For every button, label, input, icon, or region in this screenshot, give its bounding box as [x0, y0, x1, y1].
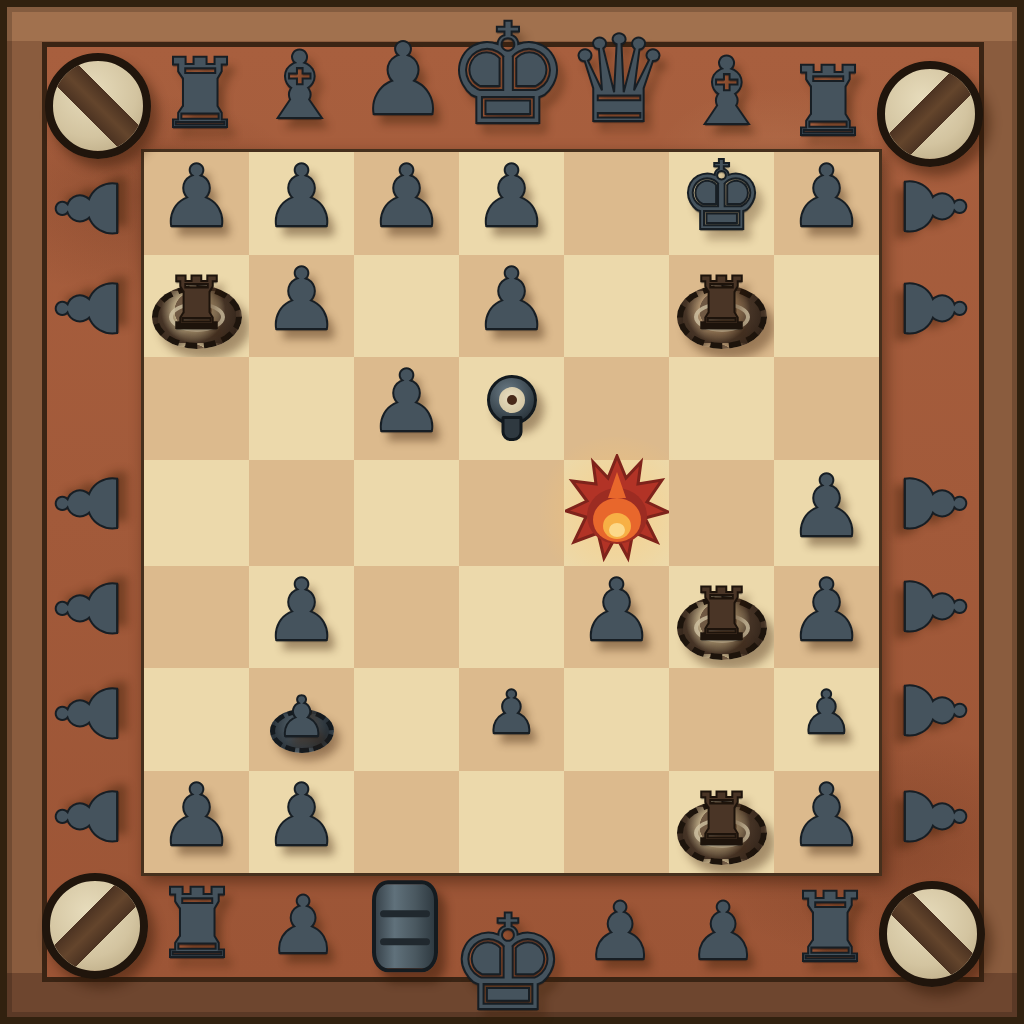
piece-glyph: ♜ [157, 46, 243, 142]
square-r3c4[interactable] [459, 357, 564, 460]
rook-border-piece: ♜ [787, 880, 873, 976]
piece-glyph: ♜ [689, 578, 754, 650]
piece-glyph: ♟ [584, 892, 656, 972]
square-r3c2[interactable] [249, 357, 354, 460]
piece-glyph: ♟ [46, 779, 130, 854]
corner-medallion [879, 881, 985, 987]
piece-glyph: ♟ [263, 153, 340, 239]
square-r1c3[interactable]: ♟ [354, 152, 459, 255]
side-pawn-left-border-piece: ♟ [50, 566, 125, 650]
piece-glyph: ♜ [154, 876, 240, 972]
square-r7c7[interactable]: ♟ [774, 771, 879, 874]
square-r7c1[interactable]: ♟ [144, 771, 249, 874]
piece-glyph: ♟ [46, 171, 130, 246]
square-r3c3[interactable]: ♟ [354, 357, 459, 460]
square-r1c1[interactable]: ♟ [144, 152, 249, 255]
piece-glyph: ♜ [689, 267, 754, 339]
square-r5c7[interactable]: ♟ [774, 566, 879, 669]
side-pawn-left-border-piece: ♟ [50, 461, 125, 545]
pawn-stack-border-piece: ♟ [358, 30, 448, 130]
pawn-piece[interactable]: ♟ [263, 167, 340, 239]
cup-stem-icon [501, 416, 522, 441]
side-pawn-right-border-piece: ♟ [896, 266, 971, 350]
side-pawn-right-border-piece: ♟ [896, 668, 971, 752]
piece-glyph: ♟ [788, 567, 865, 653]
piece-glyph: ♜ [787, 880, 873, 976]
piece-glyph: ♟ [263, 256, 340, 342]
square-r6c2[interactable]: ♟ [249, 668, 354, 771]
piece-glyph: ♜ [689, 783, 754, 855]
piece-glyph: ♟ [892, 569, 976, 644]
board-game-scene: ♟♟♟♟♚♟♜♟♟♜♟♟♟♟♜♟♟♟♟♟♟♜♟ ♜♝♟♚♛♝♜♟♟♟♟♟♟♟♟♟… [0, 0, 1024, 1024]
side-pawn-right-border-piece: ♟ [896, 774, 971, 858]
pawn-piece[interactable]: ♟ [473, 167, 550, 239]
square-r1c2[interactable]: ♟ [249, 152, 354, 255]
square-r2c7[interactable] [774, 255, 879, 358]
square-r7c6[interactable]: ♜ [669, 771, 774, 874]
piece-glyph: ♟ [892, 779, 976, 854]
armored-pawn-piece[interactable]: ♟ [249, 668, 354, 771]
rook-border-piece: ♜ [157, 46, 243, 142]
square-r1c4[interactable]: ♟ [459, 152, 564, 255]
pawn-piece[interactable]: ♟ [368, 372, 445, 444]
square-r1c5[interactable] [564, 152, 669, 255]
small-pawn-piece[interactable]: ♟ [800, 696, 854, 742]
square-r1c7[interactable]: ♟ [774, 152, 879, 255]
square-r2c3[interactable] [354, 255, 459, 358]
square-r2c2[interactable]: ♟ [249, 255, 354, 358]
pawn-piece[interactable]: ♟ [263, 270, 340, 342]
piece-glyph: ♟ [368, 153, 445, 239]
pawn-piece[interactable]: ♟ [788, 167, 865, 239]
piece-glyph: ♚ [678, 148, 764, 244]
piece-glyph: ♟ [892, 466, 976, 541]
piece-glyph: ♝ [685, 45, 769, 139]
piece-glyph: ♜ [785, 54, 871, 150]
piece-glyph: ♟ [800, 682, 854, 742]
side-pawn-left-border-piece: ♟ [50, 166, 125, 250]
square-r4c5[interactable] [564, 460, 669, 566]
piece-glyph: ♝ [258, 39, 342, 133]
bishop-border-piece: ♝ [258, 39, 342, 133]
piece-glyph: ♟ [485, 682, 539, 742]
bullet-border-piece: ♟ [267, 886, 339, 966]
pedestal-tower-piece[interactable]: ♜ [669, 771, 774, 874]
square-r6c7[interactable]: ♟ [774, 668, 879, 771]
piece-glyph: ♟ [263, 567, 340, 653]
cup-piece[interactable] [487, 375, 537, 425]
square-r7c4[interactable] [459, 771, 564, 874]
square-r6c5[interactable] [564, 668, 669, 771]
side-pawn-right-border-piece: ♟ [896, 564, 971, 648]
square-r3c6[interactable] [669, 357, 774, 460]
barrel-piece [372, 880, 438, 972]
piece-glyph: ♟ [788, 153, 865, 239]
pawn-piece[interactable]: ♟ [578, 581, 655, 653]
piece-glyph: ♚ [445, 5, 571, 145]
square-r3c1[interactable] [144, 357, 249, 460]
square-r5c1[interactable] [144, 566, 249, 669]
side-pawn-left-border-piece: ♟ [50, 774, 125, 858]
piece-glyph: ♟ [892, 271, 976, 346]
side-pawn-right-border-piece: ♟ [896, 461, 971, 545]
pawn-piece[interactable]: ♟ [788, 477, 865, 549]
pawn-piece[interactable]: ♟ [368, 167, 445, 239]
corner-medallion [45, 53, 151, 159]
square-r4c3[interactable] [354, 460, 459, 566]
square-r1c6[interactable]: ♚ [669, 152, 774, 255]
piece-glyph: ♟ [892, 169, 976, 244]
pawn-piece[interactable]: ♟ [788, 581, 865, 653]
square-r5c6[interactable]: ♜ [669, 566, 774, 669]
piece-glyph: ♟ [788, 463, 865, 549]
piece-glyph: ♟ [578, 567, 655, 653]
square-r5c5[interactable]: ♟ [564, 566, 669, 669]
square-r2c1[interactable]: ♜ [144, 255, 249, 358]
piece-glyph: ♜ [164, 267, 229, 339]
square-r7c5[interactable] [564, 771, 669, 874]
piece-glyph: ♟ [46, 271, 130, 346]
campfire-icon[interactable] [565, 454, 669, 566]
turret-tower-piece[interactable]: ♚ [678, 162, 764, 244]
square-r2c4[interactable]: ♟ [459, 255, 564, 358]
queen-border-piece: ♛ [565, 20, 673, 140]
side-pawn-left-border-piece: ♟ [50, 671, 125, 755]
pawn-piece[interactable]: ♟ [158, 786, 235, 858]
square-r4c7[interactable]: ♟ [774, 460, 879, 566]
piece-glyph: ♟ [276, 689, 326, 745]
king-border-piece: ♚ [445, 5, 571, 145]
side-pawn-right-border-piece: ♟ [896, 164, 971, 248]
square-r6c3[interactable] [354, 668, 459, 771]
square-r7c3[interactable] [354, 771, 459, 874]
pawn-piece[interactable]: ♟ [263, 581, 340, 653]
rook-border-piece: ♜ [785, 54, 871, 150]
pawn-piece[interactable]: ♟ [158, 167, 235, 239]
piece-glyph: ♟ [158, 772, 235, 858]
square-r5c4[interactable] [459, 566, 564, 669]
side-pawn-left-border-piece: ♟ [50, 266, 125, 350]
piece-glyph: ♟ [368, 358, 445, 444]
square-r5c3[interactable] [354, 566, 459, 669]
piece-glyph: ♟ [687, 892, 759, 972]
piece-glyph: ♟ [46, 571, 130, 646]
square-r4c6[interactable] [669, 460, 774, 566]
piece-glyph: ♟ [267, 886, 339, 966]
bullet-border-piece: ♟ [687, 892, 759, 972]
piece-glyph: ♟ [473, 153, 550, 239]
pawn-piece[interactable]: ♟ [788, 786, 865, 858]
square-r6c4[interactable]: ♟ [459, 668, 564, 771]
piece-glyph: ♟ [788, 772, 865, 858]
square-r2c6[interactable]: ♜ [669, 255, 774, 358]
piece-glyph: ♟ [158, 153, 235, 239]
square-r3c7[interactable] [774, 357, 879, 460]
square-r4c1[interactable] [144, 460, 249, 566]
bishop-border-piece: ♝ [685, 45, 769, 139]
bullet-border-piece: ♟ [584, 892, 656, 972]
piece-glyph: ♟ [46, 676, 130, 751]
pawn-piece[interactable]: ♟ [473, 270, 550, 342]
piece-glyph: ♟ [263, 772, 340, 858]
piece-glyph: ♟ [358, 30, 448, 130]
game-board[interactable]: ♟♟♟♟♚♟♜♟♟♜♟♟♟♟♜♟♟♟♟♟♟♜♟ [141, 149, 882, 876]
piece-glyph: ♛ [565, 20, 673, 140]
corner-medallion [877, 61, 983, 167]
gear-tower-piece[interactable]: ♜ [144, 255, 249, 358]
piece-glyph: ♟ [473, 256, 550, 342]
square-r4c2[interactable] [249, 460, 354, 566]
square-r6c1[interactable] [144, 668, 249, 771]
square-r6c6[interactable] [669, 668, 774, 771]
square-r5c2[interactable]: ♟ [249, 566, 354, 669]
small-pawn-piece[interactable]: ♟ [485, 696, 539, 742]
piece-glyph: ♚ [449, 897, 567, 1024]
square-r2c5[interactable] [564, 255, 669, 358]
corner-medallion [42, 873, 148, 979]
piece-glyph: ♟ [46, 466, 130, 541]
piece-glyph: ♟ [892, 673, 976, 748]
cage-tower-piece[interactable]: ♜ [669, 255, 774, 358]
pedestal-tower-piece[interactable]: ♜ [669, 566, 774, 669]
turret-king-border-piece: ♚ [449, 897, 567, 1024]
square-r7c2[interactable]: ♟ [249, 771, 354, 874]
rook-border-piece: ♜ [154, 876, 240, 972]
pawn-piece[interactable]: ♟ [263, 786, 340, 858]
